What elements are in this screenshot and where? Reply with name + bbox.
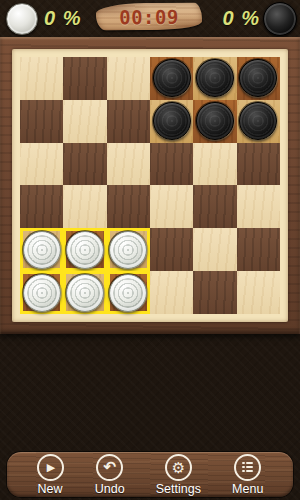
bottom-toolbar: ▶New↶Undo⚙SettingsMenu: [7, 452, 293, 497]
undo-button[interactable]: ↶Undo: [95, 454, 125, 496]
board-cell[interactable]: [63, 100, 106, 143]
board-cell[interactable]: [150, 228, 193, 271]
new-button[interactable]: ▶New: [37, 454, 64, 496]
board-cell[interactable]: [20, 185, 63, 228]
gear-icon: ⚙: [165, 454, 192, 481]
board-cell[interactable]: [63, 185, 106, 228]
app-screen: 0 % 00:09 0 % ▶New↶Undo⚙SettingsMenu: [0, 0, 300, 500]
board-cell[interactable]: [20, 271, 63, 314]
board-cell[interactable]: [63, 271, 106, 314]
black-piece[interactable]: [153, 102, 191, 140]
board-cell[interactable]: [20, 228, 63, 271]
board-cell[interactable]: [20, 143, 63, 186]
board-cell[interactable]: [193, 185, 236, 228]
board-cell[interactable]: [150, 143, 193, 186]
white-piece[interactable]: [109, 231, 147, 269]
board-cell[interactable]: [150, 100, 193, 143]
board-cell[interactable]: [237, 57, 280, 100]
game-timer: 00:09: [119, 5, 179, 28]
white-player-piece-icon: [6, 3, 38, 35]
toolbar-button-label: Settings: [156, 482, 201, 496]
board-cell[interactable]: [193, 143, 236, 186]
toolbar-button-label: Undo: [95, 482, 125, 496]
board-cell[interactable]: [193, 57, 236, 100]
black-piece[interactable]: [153, 59, 191, 97]
top-status-bar: 0 % 00:09 0 %: [0, 0, 300, 36]
board-cell[interactable]: [63, 228, 106, 271]
board-cell[interactable]: [20, 57, 63, 100]
board-cell[interactable]: [237, 271, 280, 314]
white-piece[interactable]: [23, 231, 61, 269]
board-grid: [20, 57, 280, 314]
black-piece[interactable]: [196, 102, 234, 140]
board-cell[interactable]: [237, 100, 280, 143]
board-cell[interactable]: [107, 100, 150, 143]
black-player-piece-icon: [263, 2, 297, 36]
white-piece[interactable]: [23, 274, 61, 312]
board-cell[interactable]: [193, 228, 236, 271]
board-cell[interactable]: [107, 143, 150, 186]
undo-arrow-icon: ↶: [96, 454, 123, 481]
board-cell[interactable]: [63, 57, 106, 100]
menu-list-icon: [234, 454, 261, 481]
board-cell[interactable]: [107, 228, 150, 271]
board-cell[interactable]: [237, 228, 280, 271]
white-score: 0 %: [44, 5, 81, 31]
board-cell[interactable]: [150, 185, 193, 228]
settings-button[interactable]: ⚙Settings: [156, 454, 201, 496]
game-board: [0, 37, 300, 334]
menu-button[interactable]: Menu: [232, 454, 263, 496]
toolbar-button-label: New: [38, 482, 63, 496]
board-cell[interactable]: [107, 271, 150, 314]
board-cell[interactable]: [237, 185, 280, 228]
board-cell[interactable]: [193, 271, 236, 314]
board-cell[interactable]: [193, 100, 236, 143]
toolbar-button-label: Menu: [232, 482, 263, 496]
timer-wood-plank: 00:09: [96, 2, 202, 30]
board-cell[interactable]: [107, 185, 150, 228]
board-cell[interactable]: [237, 143, 280, 186]
board-cell[interactable]: [63, 143, 106, 186]
board-cell[interactable]: [150, 57, 193, 100]
board-cell[interactable]: [107, 57, 150, 100]
board-cell[interactable]: [20, 100, 63, 143]
board-cell[interactable]: [150, 271, 193, 314]
white-piece[interactable]: [109, 274, 147, 312]
black-score: 0 %: [223, 5, 260, 31]
play-icon: ▶: [37, 454, 64, 481]
white-piece[interactable]: [66, 274, 104, 312]
white-piece[interactable]: [66, 231, 104, 269]
